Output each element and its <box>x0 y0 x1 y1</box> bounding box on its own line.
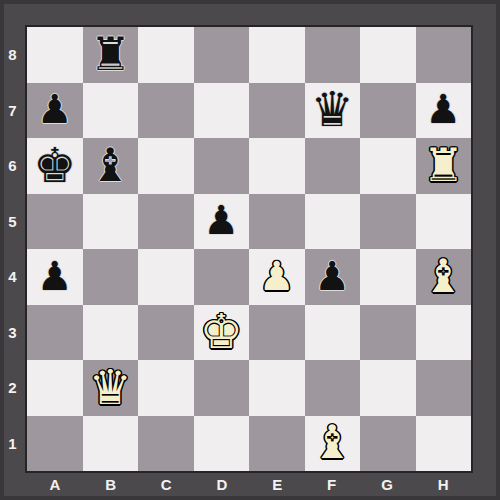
square-a5[interactable] <box>27 194 83 250</box>
square-d7[interactable] <box>194 83 250 139</box>
white-queen: ♛ <box>89 363 132 411</box>
square-d1[interactable] <box>194 416 250 472</box>
square-a4[interactable]: ♟ <box>27 249 83 305</box>
square-f3[interactable] <box>305 305 361 361</box>
square-d2[interactable] <box>194 360 250 416</box>
square-g7[interactable] <box>360 83 416 139</box>
file-label-h: H <box>415 471 471 498</box>
square-c2[interactable] <box>138 360 194 416</box>
white-king: ♚ <box>200 307 243 355</box>
square-g5[interactable] <box>360 194 416 250</box>
square-c3[interactable] <box>138 305 194 361</box>
square-b6[interactable]: ♝ <box>83 138 139 194</box>
black-queen: ♛ <box>311 85 354 133</box>
square-b7[interactable] <box>83 83 139 139</box>
square-e2[interactable] <box>249 360 305 416</box>
white-bishop: ♝ <box>423 253 464 299</box>
square-h6[interactable]: ♜ <box>416 138 472 194</box>
rank-label-8: 8 <box>0 27 25 83</box>
square-g2[interactable] <box>360 360 416 416</box>
file-label-b: B <box>83 471 139 498</box>
square-e6[interactable] <box>249 138 305 194</box>
square-h7[interactable]: ♟ <box>416 83 472 139</box>
square-a6[interactable]: ♚ <box>27 138 83 194</box>
square-b5[interactable] <box>83 194 139 250</box>
file-label-c: C <box>138 471 194 498</box>
black-pawn: ♟ <box>203 200 239 240</box>
square-g4[interactable] <box>360 249 416 305</box>
file-label-d: D <box>194 471 250 498</box>
square-e4[interactable]: ♟ <box>249 249 305 305</box>
rank-label-4: 4 <box>0 249 25 305</box>
rank-label-1: 1 <box>0 416 25 472</box>
square-e5[interactable] <box>249 194 305 250</box>
square-h3[interactable] <box>416 305 472 361</box>
square-c8[interactable] <box>138 27 194 83</box>
black-king: ♚ <box>33 141 76 189</box>
square-d5[interactable]: ♟ <box>194 194 250 250</box>
white-rook: ♜ <box>423 142 464 188</box>
square-g3[interactable] <box>360 305 416 361</box>
file-label-g: G <box>359 471 416 498</box>
square-a3[interactable] <box>27 305 83 361</box>
square-e3[interactable] <box>249 305 305 361</box>
white-pawn: ♟ <box>259 256 295 296</box>
square-c5[interactable] <box>138 194 194 250</box>
square-d3[interactable]: ♚ <box>194 305 250 361</box>
square-e8[interactable] <box>249 27 305 83</box>
rank-label-3: 3 <box>0 305 25 361</box>
chess-board: ♜♟♛♟♚♝♜♟♟♟♟♝♚♛♝ <box>25 25 473 473</box>
square-c7[interactable] <box>138 83 194 139</box>
black-pawn: ♟ <box>37 256 73 296</box>
square-a7[interactable]: ♟ <box>27 83 83 139</box>
square-d4[interactable] <box>194 249 250 305</box>
square-f7[interactable]: ♛ <box>305 83 361 139</box>
black-pawn: ♟ <box>37 89 73 129</box>
square-b4[interactable] <box>83 249 139 305</box>
rank-label-5: 5 <box>0 194 25 250</box>
square-h8[interactable] <box>416 27 472 83</box>
square-f5[interactable] <box>305 194 361 250</box>
black-rook: ♜ <box>90 31 131 77</box>
square-c6[interactable] <box>138 138 194 194</box>
square-e7[interactable] <box>249 83 305 139</box>
square-b8[interactable]: ♜ <box>83 27 139 83</box>
square-h2[interactable] <box>416 360 472 416</box>
square-c4[interactable] <box>138 249 194 305</box>
rank-label-2: 2 <box>0 360 25 416</box>
square-g1[interactable] <box>360 416 416 472</box>
file-label-e: E <box>250 471 305 498</box>
square-f6[interactable] <box>305 138 361 194</box>
square-b2[interactable]: ♛ <box>83 360 139 416</box>
board-frame: 87654321 ♜♟♛♟♚♝♜♟♟♟♟♝♚♛♝ ABCDEFGH <box>0 0 500 500</box>
rank-label-7: 7 <box>0 83 25 139</box>
square-d8[interactable] <box>194 27 250 83</box>
square-f2[interactable] <box>305 360 361 416</box>
black-pawn: ♟ <box>425 89 461 129</box>
square-d6[interactable] <box>194 138 250 194</box>
square-g8[interactable] <box>360 27 416 83</box>
square-b3[interactable] <box>83 305 139 361</box>
black-pawn: ♟ <box>314 256 350 296</box>
file-label-a: A <box>27 471 83 498</box>
square-h5[interactable] <box>416 194 472 250</box>
rank-coordinates: 87654321 <box>0 27 25 471</box>
square-e1[interactable] <box>249 416 305 472</box>
square-h4[interactable]: ♝ <box>416 249 472 305</box>
file-coordinates: ABCDEFGH <box>27 471 471 498</box>
square-g6[interactable] <box>360 138 416 194</box>
square-h1[interactable] <box>416 416 472 472</box>
square-c1[interactable] <box>138 416 194 472</box>
square-a2[interactable] <box>27 360 83 416</box>
rank-label-6: 6 <box>0 138 25 194</box>
white-bishop: ♝ <box>312 419 353 465</box>
square-f1[interactable]: ♝ <box>305 416 361 472</box>
square-a8[interactable] <box>27 27 83 83</box>
square-f8[interactable] <box>305 27 361 83</box>
file-label-f: F <box>305 471 359 498</box>
square-a1[interactable] <box>27 416 83 472</box>
square-b1[interactable] <box>83 416 139 472</box>
black-bishop: ♝ <box>90 142 131 188</box>
square-f4[interactable]: ♟ <box>305 249 361 305</box>
